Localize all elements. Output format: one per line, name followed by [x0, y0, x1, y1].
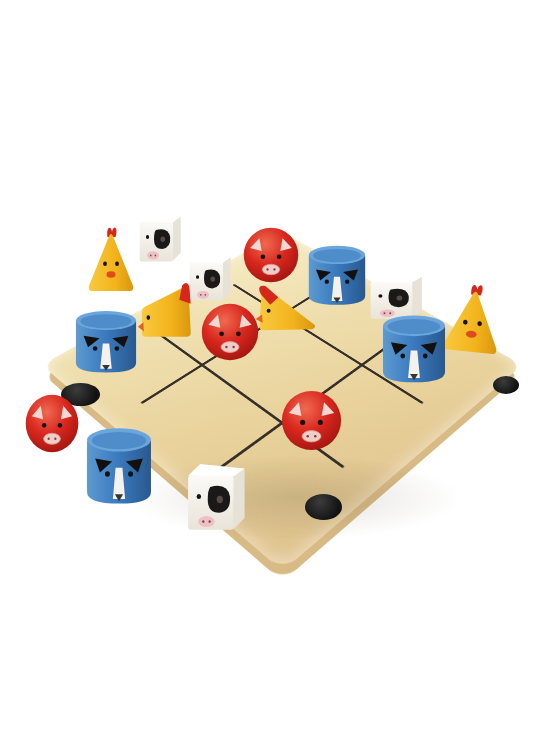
piece-pig-cell-1-1[interactable] [200, 302, 260, 362]
board-foot-right [493, 376, 519, 394]
piece-dog-cell-2-0[interactable] [74, 306, 138, 377]
chicken-standing-graphic [439, 278, 506, 358]
piece-cow-offboard-front[interactable] [183, 453, 249, 540]
piece-chicken-cell-1-0[interactable] [137, 276, 197, 342]
dog-cylinder-graphic [381, 310, 447, 387]
dog-cylinder-graphic [85, 422, 153, 509]
piece-dog-cell-1-2[interactable] [381, 310, 447, 387]
pig-sphere-graphic [24, 393, 80, 454]
piece-chicken-cell-0-1[interactable] [254, 280, 320, 334]
piece-chicken-offboard-back[interactable] [86, 224, 136, 294]
piece-chicken-cell-0-2[interactable] [439, 278, 506, 358]
product-photo-scene [0, 0, 540, 740]
chicken-standing-graphic [86, 224, 136, 294]
piece-pig-offboard-front[interactable] [24, 393, 80, 454]
board-foot-front [305, 494, 342, 520]
chicken-lying-graphic [137, 276, 197, 342]
piece-dog-offboard-front[interactable] [85, 422, 153, 509]
cow-cube-graphic [183, 453, 249, 540]
piece-pig-cell-2-2[interactable] [280, 389, 343, 452]
piece-cow-offboard-back[interactable] [136, 205, 184, 269]
pig-sphere-graphic [200, 302, 260, 362]
pig-sphere-graphic [280, 389, 343, 452]
piece-pig-back-corner-edge[interactable] [242, 226, 300, 284]
board-shadow [130, 455, 460, 540]
dog-cylinder-graphic [74, 306, 138, 377]
pig-sphere-graphic [242, 226, 300, 284]
cow-cube-graphic [136, 205, 184, 269]
chicken-lying-graphic [254, 280, 320, 334]
